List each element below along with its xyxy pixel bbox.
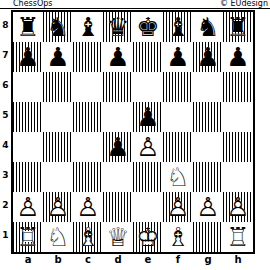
piece-black-pawn[interactable]: ♟♟	[43, 42, 73, 72]
square-h4[interactable]	[223, 132, 253, 162]
square-d6[interactable]	[103, 72, 133, 102]
piece-glyph: ♟	[103, 42, 133, 72]
square-c4[interactable]	[73, 132, 103, 162]
piece-glyph: ♟	[43, 42, 73, 72]
piece-glyph: ♚	[133, 12, 163, 42]
square-d8[interactable]: ♛♛	[103, 12, 133, 42]
square-c8[interactable]: ♝♝	[73, 12, 103, 42]
square-h8[interactable]: ♜♜	[223, 12, 253, 42]
piece-black-rook[interactable]: ♜♜	[223, 12, 253, 42]
file-label-c: c	[73, 254, 103, 266]
piece-glyph: ♗	[163, 222, 193, 252]
square-g2[interactable]: ♟♙	[193, 192, 223, 222]
square-h5[interactable]	[223, 102, 253, 132]
square-b5[interactable]	[43, 102, 73, 132]
square-e2[interactable]	[133, 192, 163, 222]
square-h2[interactable]: ♟♙	[223, 192, 253, 222]
square-c1[interactable]: ♝♗	[73, 222, 103, 252]
square-f5[interactable]	[163, 102, 193, 132]
piece-white-bishop[interactable]: ♝♗	[163, 222, 193, 252]
square-f3[interactable]: ♞♘	[163, 162, 193, 192]
square-d4[interactable]: ♟♟	[103, 132, 133, 162]
piece-glyph: ♙	[73, 192, 103, 222]
square-h6[interactable]	[223, 72, 253, 102]
piece-white-pawn[interactable]: ♟♙	[223, 192, 253, 222]
square-a8[interactable]: ♜♜	[13, 12, 43, 42]
square-c2[interactable]: ♟♙	[73, 192, 103, 222]
piece-glyph: ♟	[133, 102, 163, 132]
piece-black-knight[interactable]: ♞♞	[193, 12, 223, 42]
piece-black-king[interactable]: ♚♚	[133, 12, 163, 42]
square-b3[interactable]	[43, 162, 73, 192]
piece-black-bishop[interactable]: ♝♝	[73, 12, 103, 42]
piece-white-bishop[interactable]: ♝♗	[73, 222, 103, 252]
square-d3[interactable]	[103, 162, 133, 192]
square-g4[interactable]	[193, 132, 223, 162]
rank-label-2: 2	[1, 190, 10, 220]
rank-label-3: 3	[1, 160, 10, 190]
square-f7[interactable]: ♟♟	[163, 42, 193, 72]
square-f6[interactable]	[163, 72, 193, 102]
square-b8[interactable]: ♞♞	[43, 12, 73, 42]
piece-glyph: ♘	[163, 162, 193, 192]
piece-black-bishop[interactable]: ♝♝	[163, 12, 193, 42]
piece-white-rook[interactable]: ♜♖	[223, 222, 253, 252]
square-g8[interactable]: ♞♞	[193, 12, 223, 42]
credit-text: © EUdesign	[220, 0, 268, 8]
piece-glyph: ♔	[133, 222, 163, 252]
file-labels: abcdefgh	[13, 254, 253, 266]
square-h1[interactable]: ♜♖	[223, 222, 253, 252]
piece-glyph: ♛	[103, 12, 133, 42]
piece-black-pawn[interactable]: ♟♟	[133, 102, 163, 132]
file-label-b: b	[43, 254, 73, 266]
piece-white-pawn[interactable]: ♟♙	[193, 192, 223, 222]
piece-black-pawn[interactable]: ♟♟	[193, 42, 223, 72]
square-b6[interactable]	[43, 72, 73, 102]
square-e7[interactable]	[133, 42, 163, 72]
piece-glyph: ♕	[103, 222, 133, 252]
piece-glyph: ♙	[223, 192, 253, 222]
square-d1[interactable]: ♛♕	[103, 222, 133, 252]
square-c5[interactable]	[73, 102, 103, 132]
piece-glyph: ♙	[193, 192, 223, 222]
square-a6[interactable]	[13, 72, 43, 102]
piece-glyph: ♖	[13, 222, 43, 252]
square-a3[interactable]	[13, 162, 43, 192]
piece-white-knight[interactable]: ♞♘	[163, 162, 193, 192]
square-b1[interactable]: ♞♘	[43, 222, 73, 252]
square-a1[interactable]: ♜♖	[13, 222, 43, 252]
square-a2[interactable]: ♟♙	[13, 192, 43, 222]
piece-glyph: ♞	[193, 12, 223, 42]
square-f8[interactable]: ♝♝	[163, 12, 193, 42]
rank-label-1: 1	[1, 220, 10, 250]
piece-white-pawn[interactable]: ♟♙	[163, 192, 193, 222]
square-e8[interactable]: ♚♚	[133, 12, 163, 42]
piece-glyph: ♞	[43, 12, 73, 42]
square-b2[interactable]: ♟♙	[43, 192, 73, 222]
piece-white-king[interactable]: ♚♔	[133, 222, 163, 252]
square-b4[interactable]	[43, 132, 73, 162]
rank-label-6: 6	[1, 70, 10, 100]
piece-white-pawn[interactable]: ♟♙	[73, 192, 103, 222]
square-f2[interactable]: ♟♙	[163, 192, 193, 222]
app-window: ChessOps © EUdesign 87654321 ♜♜♞♞♝♝♛♛♚♚♝…	[0, 0, 270, 270]
title-bar: ChessOps © EUdesign	[0, 0, 270, 9]
file-label-d: d	[103, 254, 133, 266]
piece-black-pawn[interactable]: ♟♟	[13, 42, 43, 72]
piece-glyph: ♜	[13, 12, 43, 42]
piece-glyph: ♗	[73, 222, 103, 252]
piece-glyph: ♙	[13, 192, 43, 222]
square-g7[interactable]: ♟♟	[193, 42, 223, 72]
square-e6[interactable]	[133, 72, 163, 102]
piece-black-pawn[interactable]: ♟♟	[103, 132, 133, 162]
piece-glyph: ♖	[223, 222, 253, 252]
piece-black-queen[interactable]: ♛♛	[103, 12, 133, 42]
piece-white-knight[interactable]: ♞♘	[43, 222, 73, 252]
rank-labels: 87654321	[1, 10, 10, 250]
square-g6[interactable]	[193, 72, 223, 102]
file-label-h: h	[223, 254, 253, 266]
square-h7[interactable]: ♟♟	[223, 42, 253, 72]
rank-label-7: 7	[1, 40, 10, 70]
piece-white-pawn[interactable]: ♟♙	[43, 192, 73, 222]
piece-glyph: ♟	[223, 42, 253, 72]
square-e1[interactable]: ♚♔	[133, 222, 163, 252]
piece-glyph: ♜	[223, 12, 253, 42]
rank-label-5: 5	[1, 100, 10, 130]
piece-glyph: ♝	[163, 12, 193, 42]
square-e4[interactable]: ♟♙	[133, 132, 163, 162]
square-e5[interactable]: ♟♟	[133, 102, 163, 132]
file-label-f: f	[163, 254, 193, 266]
piece-black-pawn[interactable]: ♟♟	[223, 42, 253, 72]
piece-white-pawn[interactable]: ♟♙	[133, 132, 163, 162]
rank-label-4: 4	[1, 130, 10, 160]
piece-black-knight[interactable]: ♞♞	[43, 12, 73, 42]
square-g3[interactable]	[193, 162, 223, 192]
file-label-a: a	[13, 254, 43, 266]
piece-glyph: ♙	[163, 192, 193, 222]
piece-black-rook[interactable]: ♜♜	[13, 12, 43, 42]
square-a4[interactable]	[13, 132, 43, 162]
piece-glyph: ♟	[103, 132, 133, 162]
square-b7[interactable]: ♟♟	[43, 42, 73, 72]
square-d2[interactable]	[103, 192, 133, 222]
board: ♜♜♞♞♝♝♛♛♚♚♝♝♞♞♜♜♟♟♟♟♟♟♟♟♟♟♟♟♟♟♟♟♟♙♞♘♟♙♟♙…	[11, 10, 255, 254]
square-c7[interactable]	[73, 42, 103, 72]
square-e3[interactable]	[133, 162, 163, 192]
piece-white-queen[interactable]: ♛♕	[103, 222, 133, 252]
app-title: ChessOps	[13, 0, 52, 8]
piece-glyph: ♟	[163, 42, 193, 72]
square-c6[interactable]	[73, 72, 103, 102]
file-label-g: g	[193, 254, 223, 266]
piece-black-pawn[interactable]: ♟♟	[163, 42, 193, 72]
piece-white-rook[interactable]: ♜♖	[13, 222, 43, 252]
square-d5[interactable]	[103, 102, 133, 132]
piece-glyph: ♙	[133, 132, 163, 162]
square-f4[interactable]	[163, 132, 193, 162]
square-a7[interactable]: ♟♟	[13, 42, 43, 72]
square-f1[interactable]: ♝♗	[163, 222, 193, 252]
square-g1[interactable]	[193, 222, 223, 252]
square-d7[interactable]: ♟♟	[103, 42, 133, 72]
square-a5[interactable]	[13, 102, 43, 132]
piece-glyph: ♘	[43, 222, 73, 252]
piece-black-pawn[interactable]: ♟♟	[103, 42, 133, 72]
piece-glyph: ♙	[43, 192, 73, 222]
piece-glyph: ♟	[13, 42, 43, 72]
square-g5[interactable]	[193, 102, 223, 132]
square-h3[interactable]	[223, 162, 253, 192]
square-c3[interactable]	[73, 162, 103, 192]
file-label-e: e	[133, 254, 163, 266]
rank-label-8: 8	[1, 10, 10, 40]
piece-glyph: ♝	[73, 12, 103, 42]
piece-glyph: ♟	[193, 42, 223, 72]
piece-white-pawn[interactable]: ♟♙	[13, 192, 43, 222]
